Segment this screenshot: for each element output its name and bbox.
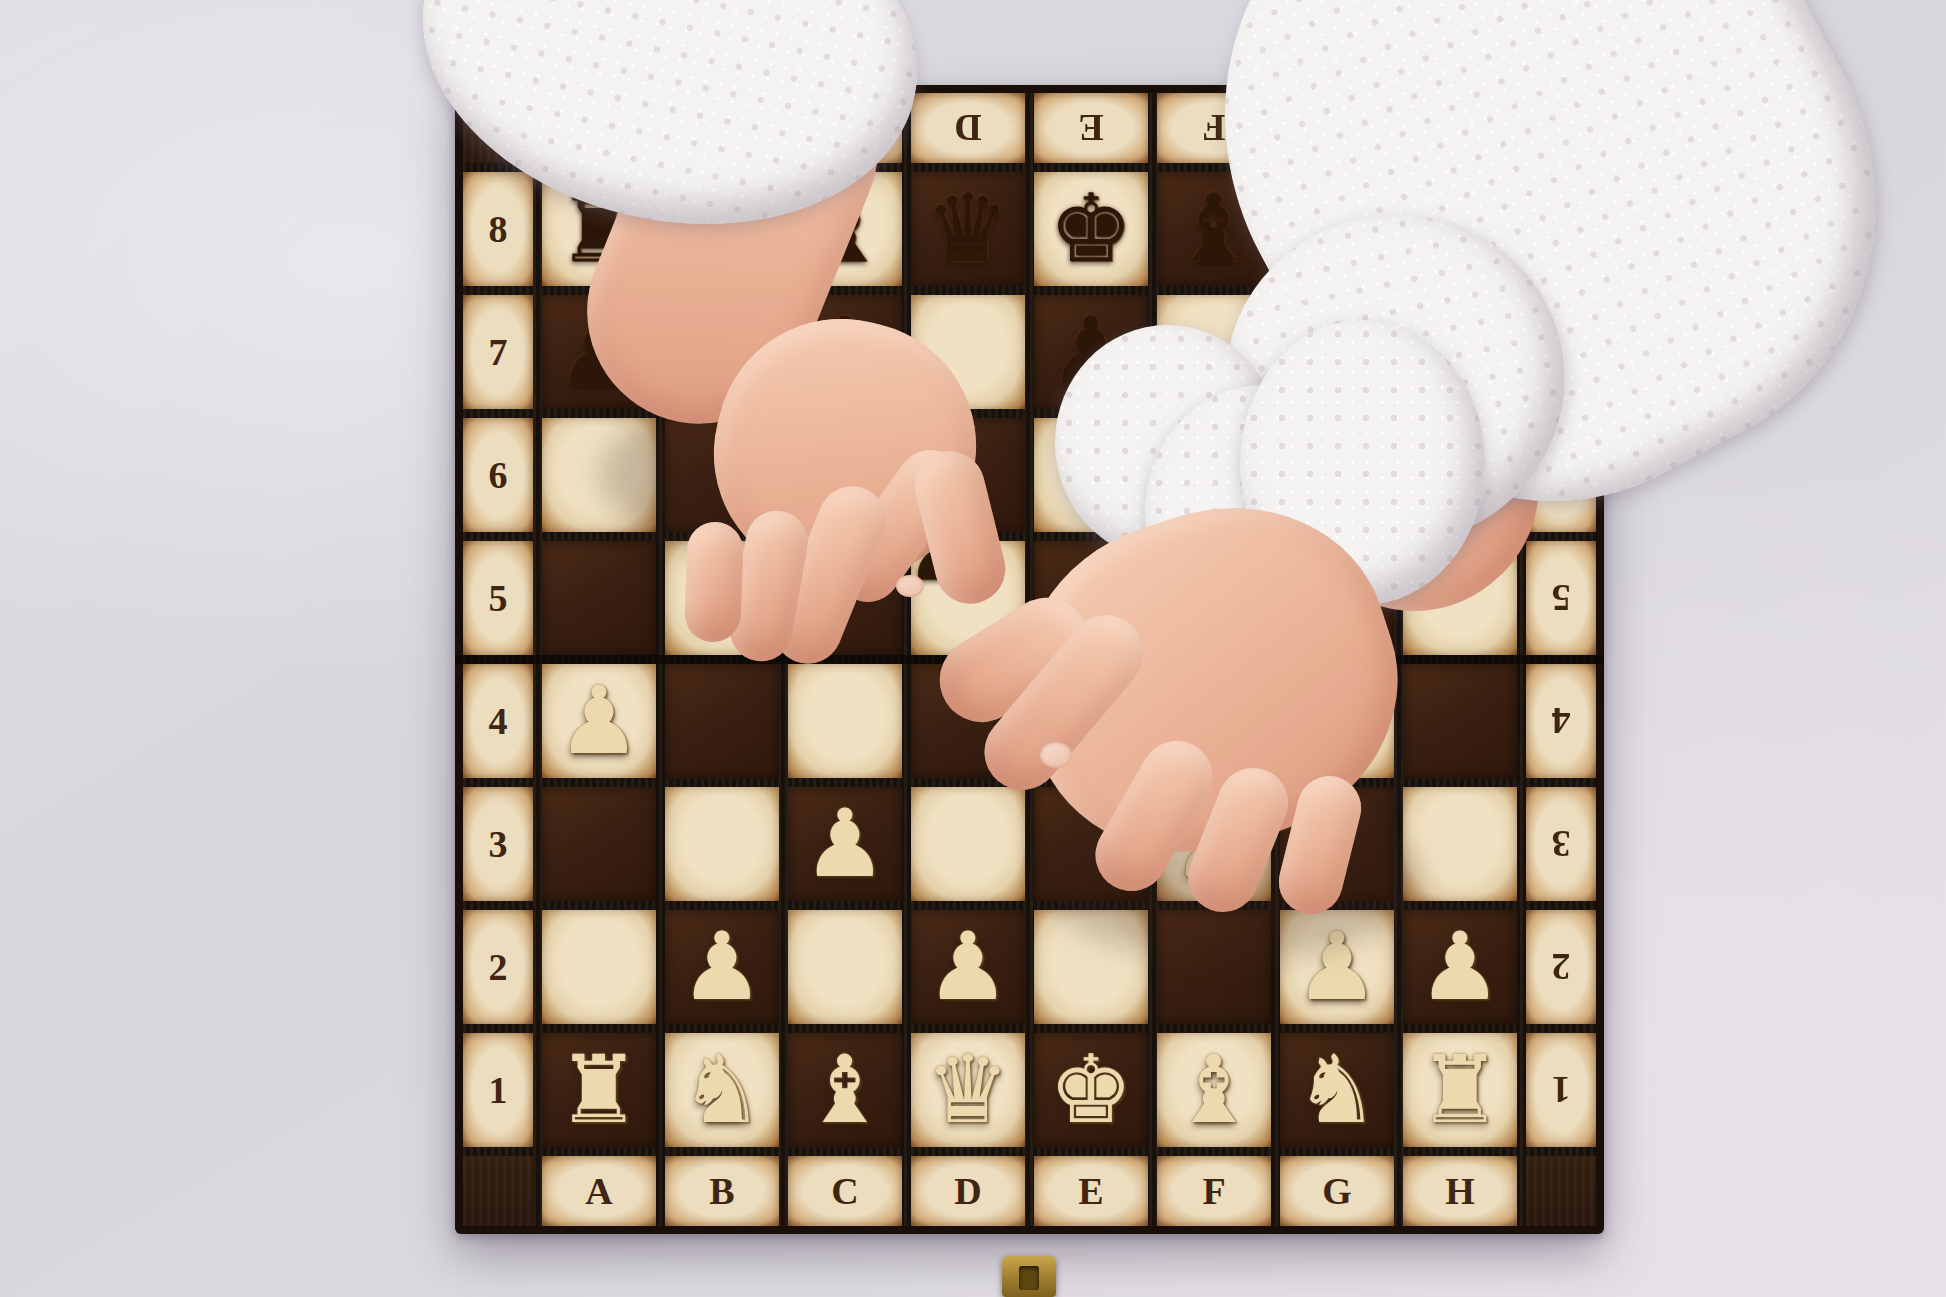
- square-c4[interactable]: [788, 664, 902, 778]
- rank-label-left-2: 2: [463, 910, 533, 1024]
- left-index-fingernail: [896, 575, 924, 597]
- rank-label-left-5: 5: [463, 541, 533, 655]
- piece-wP-h2[interactable]: ♟: [1418, 920, 1502, 1014]
- rank-label-right-5: 5: [1526, 541, 1596, 655]
- piece-wP-c3[interactable]: ♟: [803, 797, 887, 891]
- rank-label-left-4: 4: [463, 664, 533, 778]
- piece-wP-d2[interactable]: ♟: [926, 920, 1010, 1014]
- file-label-bottom-g: G: [1280, 1156, 1394, 1226]
- piece-wB-c1[interactable]: ♝: [803, 1043, 887, 1137]
- rank-label-left-6: 6: [463, 418, 533, 532]
- square-h1[interactable]: ♜: [1403, 1033, 1517, 1147]
- piece-wP-a4[interactable]: ♟: [557, 674, 641, 768]
- left-pinky-finger: [684, 521, 744, 643]
- piece-wN-b1[interactable]: ♞: [680, 1043, 764, 1137]
- square-e1[interactable]: ♚: [1034, 1033, 1148, 1147]
- piece-wR-a1[interactable]: ♜: [557, 1043, 641, 1137]
- square-a1[interactable]: ♜: [542, 1033, 656, 1147]
- rank-label-left-1: 1: [463, 1033, 533, 1147]
- rank-label-left-3: 3: [463, 787, 533, 901]
- square-c2[interactable]: [788, 910, 902, 1024]
- square-d8[interactable]: ♛: [911, 172, 1025, 286]
- file-label-bottom-a: A: [542, 1156, 656, 1226]
- square-d2[interactable]: ♟: [911, 910, 1025, 1024]
- square-a5[interactable]: [542, 541, 656, 655]
- piece-wQ-d1[interactable]: ♛: [926, 1043, 1010, 1137]
- square-b2[interactable]: ♟: [665, 910, 779, 1024]
- square-e8[interactable]: ♚: [1034, 172, 1148, 286]
- brass-latch-slot: [1019, 1266, 1039, 1290]
- square-c3[interactable]: ♟: [788, 787, 902, 901]
- file-label-bottom-f: F: [1157, 1156, 1271, 1226]
- rank-label-right-3: 3: [1526, 787, 1596, 901]
- piece-wR-h1[interactable]: ♜: [1418, 1043, 1502, 1137]
- piece-bQ-d8[interactable]: ♛: [926, 182, 1010, 276]
- square-h4[interactable]: [1403, 664, 1517, 778]
- rank-label-left-7: 7: [463, 295, 533, 409]
- board-corner: [463, 1156, 533, 1226]
- rank-label-right-4: 4: [1526, 664, 1596, 778]
- piece-wN-g1[interactable]: ♞: [1295, 1043, 1379, 1137]
- square-h2[interactable]: ♟: [1403, 910, 1517, 1024]
- square-a4[interactable]: ♟: [542, 664, 656, 778]
- square-b3[interactable]: [665, 787, 779, 901]
- file-label-top-d: D: [911, 93, 1025, 163]
- square-f1[interactable]: ♝: [1157, 1033, 1271, 1147]
- piece-bK-e8[interactable]: ♚: [1049, 182, 1133, 276]
- file-label-bottom-b: B: [665, 1156, 779, 1226]
- rank-label-left-8: 8: [463, 172, 533, 286]
- square-c1[interactable]: ♝: [788, 1033, 902, 1147]
- square-d3[interactable]: [911, 787, 1025, 901]
- right-index-fingernail: [1040, 742, 1072, 768]
- square-b1[interactable]: ♞: [665, 1033, 779, 1147]
- piece-wP-b2[interactable]: ♟: [680, 920, 764, 1014]
- file-label-bottom-h: H: [1403, 1156, 1517, 1226]
- board-corner: [1526, 1156, 1596, 1226]
- file-label-bottom-e: E: [1034, 1156, 1148, 1226]
- piece-wB-f1[interactable]: ♝: [1172, 1043, 1256, 1137]
- tabletop-scene: ABCDEFGH8♜♞♝♛♚♝♞♜87♟♟♟♟♟7665♟♟54♟♟43♟♟32…: [0, 0, 1946, 1297]
- square-a2[interactable]: [542, 910, 656, 1024]
- rank-label-right-2: 2: [1526, 910, 1596, 1024]
- piece-wK-e1[interactable]: ♚: [1049, 1043, 1133, 1137]
- file-label-bottom-c: C: [788, 1156, 902, 1226]
- file-label-bottom-d: D: [911, 1156, 1025, 1226]
- square-b4[interactable]: [665, 664, 779, 778]
- file-label-top-e: E: [1034, 93, 1148, 163]
- square-d1[interactable]: ♛: [911, 1033, 1025, 1147]
- square-a3[interactable]: [542, 787, 656, 901]
- brass-latch: [1002, 1256, 1056, 1297]
- square-h3[interactable]: [1403, 787, 1517, 901]
- square-g1[interactable]: ♞: [1280, 1033, 1394, 1147]
- rank-label-right-1: 1: [1526, 1033, 1596, 1147]
